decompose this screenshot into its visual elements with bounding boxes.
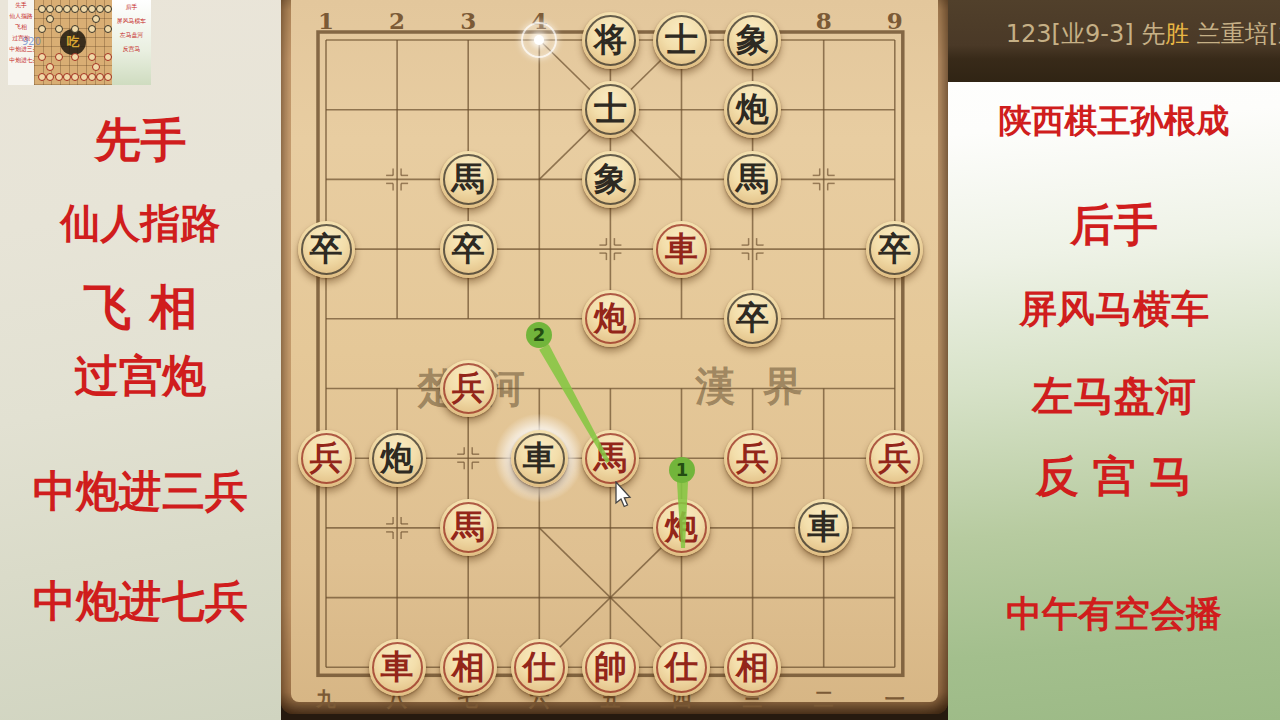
thumbnail-piece-dot — [38, 53, 46, 61]
left-info-panel: 先手仙人指路飞相过宫炮中炮进三兵中炮进七兵 吃 后手屏风马横车左马盘河反宫马 9… — [0, 0, 281, 720]
piece-red-帥-f5r9[interactable]: 帥 — [582, 639, 639, 696]
thumbnail-piece-dot — [63, 5, 71, 13]
thumbnail-piece-dot — [46, 63, 54, 71]
annotation-first-move: 先手 — [0, 110, 281, 172]
watermark: 920 — [22, 36, 41, 47]
file-label-bottom-9: 一 — [885, 686, 905, 713]
thumbnail-piece-dot — [88, 25, 96, 33]
annotation-defense-1: 屏风马横车 — [948, 284, 1280, 335]
piece-red-車-f6r3[interactable]: 車 — [653, 221, 710, 278]
file-label-top-3: 3 — [460, 7, 476, 34]
thumbnail-piece-dot — [46, 5, 54, 13]
thumbnail-piece-dot — [46, 73, 54, 81]
piece-black-士-f5r1[interactable]: 士 — [582, 81, 639, 138]
thumbnail-piece-dot — [71, 73, 79, 81]
piece-black-卒-f9r3[interactable]: 卒 — [866, 221, 923, 278]
piece-black-卒-f1r3[interactable]: 卒 — [298, 221, 355, 278]
match-result-bar: 123[业9-3] 先胜 兰重培[业9-2] ,2 — [948, 0, 1280, 82]
piece-red-相-f7r9[interactable]: 相 — [724, 639, 781, 696]
thumbnail-piece-dot — [55, 25, 63, 33]
file-label-top-1: 1 — [318, 7, 334, 34]
thumbnail-piece-dot — [92, 63, 100, 71]
piece-red-仕-f6r9[interactable]: 仕 — [653, 639, 710, 696]
thumbnail-piece-dot — [38, 25, 46, 33]
file-label-top-2: 2 — [389, 7, 405, 34]
thumbnail-piece-dot — [104, 25, 112, 33]
thumbnail-piece-dot — [96, 73, 104, 81]
piece-red-兵-f3r5[interactable]: 兵 — [440, 360, 497, 417]
match-player-right: 兰重培[业9-2] , — [1189, 20, 1280, 48]
thumbnail-piece-dot — [96, 5, 104, 13]
piece-black-炮-f2r6[interactable]: 炮 — [369, 430, 426, 487]
piece-black-馬-f7r2[interactable]: 馬 — [724, 151, 781, 208]
piece-red-馬-f5r6[interactable]: 馬 — [582, 430, 639, 487]
thumbnail-right-text-column: 后手屏风马横车左马盘河反宫马 — [112, 0, 151, 85]
annotation-defense-2: 左马盘河 — [948, 369, 1280, 424]
piece-black-卒-f7r4[interactable]: 卒 — [724, 290, 781, 347]
piece-red-車-f2r9[interactable]: 車 — [369, 639, 426, 696]
piece-black-象-f7r0[interactable]: 象 — [724, 12, 781, 69]
thumbnail-piece-dot — [71, 5, 79, 13]
annotation-defense-3: 反宫马 — [948, 448, 1280, 506]
piece-red-炮-f6r7[interactable]: 炮 — [653, 499, 710, 556]
thumbnail-piece-dot — [88, 73, 96, 81]
last-move-sparkle-marker — [521, 22, 557, 58]
piece-black-車-f4r6[interactable]: 車 — [511, 430, 568, 487]
file-label-bottom-8: 二 — [814, 686, 834, 713]
piece-red-仕-f4r9[interactable]: 仕 — [511, 639, 568, 696]
annotation-opening-5: 中炮进七兵 — [0, 573, 281, 631]
thumbnail-piece-dot — [80, 5, 88, 13]
match-result-win: 胜 — [1165, 20, 1189, 48]
opponent-title: 陕西棋王孙根成 — [948, 99, 1280, 144]
piece-red-炮-f5r4[interactable]: 炮 — [582, 290, 639, 347]
annotation-second-move: 后手 — [948, 196, 1280, 255]
piece-black-士-f6r0[interactable]: 士 — [653, 12, 710, 69]
right-info-panel: 123[业9-3] 先胜 兰重培[业9-2] ,2 陕西棋王孙根成 后手 屏风马… — [948, 0, 1280, 720]
piece-red-兵-f9r6[interactable]: 兵 — [866, 430, 923, 487]
xiangqi-board[interactable]: 楚河 漢界 12 123456789九八七六五四三二一将士象士炮馬象馬卒卒車卒炮… — [281, 0, 948, 720]
schedule-note: 中午有空会播 — [948, 590, 1280, 639]
thumbnail-piece-dot — [71, 53, 79, 61]
thumbnail-piece-dot — [104, 5, 112, 13]
thumbnail-piece-dot — [55, 73, 63, 81]
annotation-opening-4: 中炮进三兵 — [0, 463, 281, 521]
piece-black-象-f5r2[interactable]: 象 — [582, 151, 639, 208]
thumbnail-piece-dot — [63, 73, 71, 81]
thumbnail-piece-dot — [88, 53, 96, 61]
match-result-text: 123[业9-3] 先胜 兰重培[业9-2] ,2 — [960, 0, 1280, 78]
annotation-opening-1: 仙人指路 — [0, 196, 281, 251]
piece-black-馬-f3r2[interactable]: 馬 — [440, 151, 497, 208]
thumbnail-piece-dot — [55, 53, 63, 61]
piece-black-炮-f7r1[interactable]: 炮 — [724, 81, 781, 138]
piece-red-馬-f3r7[interactable]: 馬 — [440, 499, 497, 556]
annotation-opening-2: 飞相 — [0, 276, 281, 340]
thumbnail-piece-dot — [80, 73, 88, 81]
thumbnail-piece-dot — [92, 15, 100, 23]
piece-red-兵-f1r6[interactable]: 兵 — [298, 430, 355, 487]
file-label-top-9: 9 — [887, 7, 903, 34]
thumbnail-piece-dot — [46, 15, 54, 23]
piece-red-相-f3r9[interactable]: 相 — [440, 639, 497, 696]
file-label-top-8: 8 — [816, 7, 832, 34]
piece-red-兵-f7r6[interactable]: 兵 — [724, 430, 781, 487]
match-player-left: 123[业9-3] 先 — [1006, 20, 1165, 48]
piece-black-将-f5r0[interactable]: 将 — [582, 12, 639, 69]
thumbnail-piece-dot — [104, 73, 112, 81]
thumbnail-piece-dot — [38, 5, 46, 13]
thumbnail-piece-dot — [38, 73, 46, 81]
annotation-opening-3: 过宫炮 — [0, 347, 281, 406]
thumbnail-piece-dot — [104, 53, 112, 61]
thumbnail-badge: 吃 — [60, 29, 86, 55]
river-text-right: 漢界 — [667, 359, 831, 414]
file-label-bottom-1: 九 — [316, 686, 336, 713]
thumbnail-mini-board: 吃 — [34, 0, 112, 85]
thumbnail-piece-dot — [88, 5, 96, 13]
piece-black-卒-f3r3[interactable]: 卒 — [440, 221, 497, 278]
thumbnail-piece-dot — [55, 5, 63, 13]
mouse-cursor — [615, 481, 633, 509]
